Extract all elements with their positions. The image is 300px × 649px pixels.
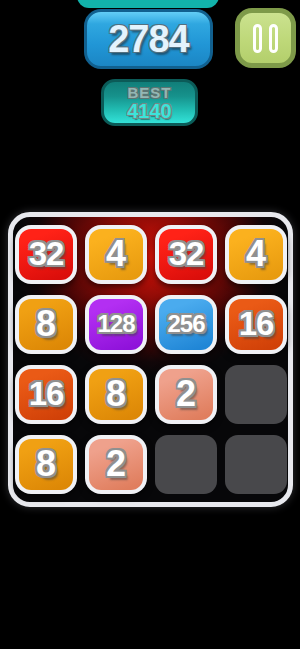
best-badge: BEST 4140: [101, 79, 198, 126]
teal-accent-tab: [77, 0, 219, 8]
tile-16: 16: [225, 295, 287, 354]
empty-cell: [155, 435, 217, 494]
tile-face: 128: [89, 299, 143, 350]
tile-face: 8: [19, 299, 73, 350]
tile-number: 128: [97, 312, 134, 336]
game-board[interactable]: 324324812825616168282: [8, 212, 293, 507]
tile-number: 2: [106, 446, 126, 482]
pause-icon: [269, 24, 278, 53]
tile-number: 256: [167, 312, 204, 336]
tile-8: 8: [85, 365, 147, 424]
tile-number: 32: [169, 237, 204, 270]
tile-number: 2: [176, 376, 196, 412]
pause-button[interactable]: [235, 8, 296, 68]
empty-cell: [225, 365, 287, 424]
tile-number: 4: [106, 236, 126, 272]
tile-256: 256: [155, 295, 217, 354]
tile-face: 32: [159, 229, 213, 280]
tile-number: 16: [29, 377, 64, 410]
tile-number: 8: [36, 446, 56, 482]
score-value: 2784: [108, 20, 189, 58]
tile-face: 2: [159, 369, 213, 420]
tile-face: 2: [89, 439, 143, 490]
game-screen: 2784 BEST 4140 324324812825616168282: [0, 0, 300, 649]
tile-8: 8: [15, 435, 77, 494]
tile-face: 16: [19, 369, 73, 420]
tile-number: 8: [106, 376, 126, 412]
tile-32: 32: [155, 225, 217, 284]
best-score-value: 4140: [127, 101, 172, 121]
pause-icon: [253, 24, 262, 53]
tile-face: 4: [229, 229, 283, 280]
tile-face: 256: [159, 299, 213, 350]
empty-cell: [225, 435, 287, 494]
tile-number: 4: [246, 236, 266, 272]
tile-face: 16: [229, 299, 283, 350]
tile-2: 2: [155, 365, 217, 424]
best-label: BEST: [127, 85, 171, 100]
tile-16: 16: [15, 365, 77, 424]
tile-number: 16: [239, 307, 274, 340]
tile-4: 4: [85, 225, 147, 284]
tile-face: 32: [19, 229, 73, 280]
tile-face: 8: [19, 439, 73, 490]
tile-2: 2: [85, 435, 147, 494]
board-grid[interactable]: 324324812825616168282: [15, 225, 287, 494]
tile-8: 8: [15, 295, 77, 354]
tile-number: 32: [29, 237, 64, 270]
tile-32: 32: [15, 225, 77, 284]
score-display: 2784: [84, 9, 213, 69]
tile-face: 8: [89, 369, 143, 420]
tile-128: 128: [85, 295, 147, 354]
tile-4: 4: [225, 225, 287, 284]
tile-number: 8: [36, 306, 56, 342]
tile-face: 4: [89, 229, 143, 280]
